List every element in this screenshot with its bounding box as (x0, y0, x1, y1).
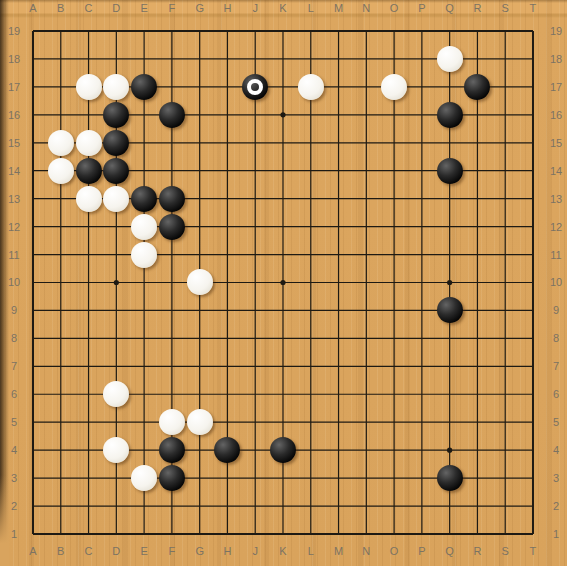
intersection-B5[interactable] (47, 408, 75, 436)
intersection-O8[interactable] (380, 324, 408, 352)
intersection-A2[interactable] (19, 492, 47, 520)
intersection-O9[interactable] (380, 296, 408, 324)
intersection-K15[interactable] (269, 129, 297, 157)
intersection-S13[interactable] (491, 185, 519, 213)
intersection-G10[interactable] (186, 269, 214, 297)
intersection-L7[interactable] (297, 352, 325, 380)
intersection-S18[interactable] (491, 45, 519, 73)
intersection-C7[interactable] (75, 352, 103, 380)
intersection-K1[interactable] (269, 520, 297, 548)
intersection-D18[interactable] (102, 45, 130, 73)
intersection-H8[interactable] (214, 324, 242, 352)
intersection-C4[interactable] (75, 436, 103, 464)
intersection-P11[interactable] (408, 241, 436, 269)
intersection-S14[interactable] (491, 157, 519, 185)
intersection-B18[interactable] (47, 45, 75, 73)
intersection-A5[interactable] (19, 408, 47, 436)
intersection-N2[interactable] (352, 492, 380, 520)
intersection-D5[interactable] (102, 408, 130, 436)
intersection-M2[interactable] (325, 492, 353, 520)
intersection-A7[interactable] (19, 352, 47, 380)
intersection-O17[interactable] (380, 73, 408, 101)
intersection-E16[interactable] (130, 101, 158, 129)
intersection-R11[interactable] (464, 241, 492, 269)
intersection-O19[interactable] (380, 17, 408, 45)
intersection-M3[interactable] (325, 464, 353, 492)
intersection-A11[interactable] (19, 241, 47, 269)
intersection-P1[interactable] (408, 520, 436, 548)
intersection-A14[interactable] (19, 157, 47, 185)
intersection-J11[interactable] (241, 241, 269, 269)
intersection-L12[interactable] (297, 213, 325, 241)
intersection-E15[interactable] (130, 129, 158, 157)
intersection-B10[interactable] (47, 269, 75, 297)
intersection-P3[interactable] (408, 464, 436, 492)
intersection-Q1[interactable] (436, 520, 464, 548)
intersection-G15[interactable] (186, 129, 214, 157)
intersection-K19[interactable] (269, 17, 297, 45)
intersection-Q7[interactable] (436, 352, 464, 380)
intersection-E11[interactable] (130, 241, 158, 269)
intersection-N3[interactable] (352, 464, 380, 492)
intersection-R9[interactable] (464, 296, 492, 324)
intersection-C2[interactable] (75, 492, 103, 520)
intersection-S9[interactable] (491, 296, 519, 324)
intersection-P14[interactable] (408, 157, 436, 185)
intersection-N9[interactable] (352, 296, 380, 324)
intersection-O14[interactable] (380, 157, 408, 185)
intersection-D19[interactable] (102, 17, 130, 45)
intersection-L11[interactable] (297, 241, 325, 269)
intersection-J12[interactable] (241, 213, 269, 241)
intersection-B4[interactable] (47, 436, 75, 464)
intersection-H16[interactable] (214, 101, 242, 129)
intersection-A1[interactable] (19, 520, 47, 548)
intersection-F1[interactable] (158, 520, 186, 548)
intersection-A18[interactable] (19, 45, 47, 73)
intersection-L10[interactable] (297, 269, 325, 297)
intersection-R15[interactable] (464, 129, 492, 157)
intersection-B14[interactable] (47, 157, 75, 185)
intersection-A15[interactable] (19, 129, 47, 157)
intersection-J7[interactable] (241, 352, 269, 380)
intersection-L6[interactable] (297, 380, 325, 408)
intersection-G1[interactable] (186, 520, 214, 548)
intersection-Q9[interactable] (436, 296, 464, 324)
intersection-B11[interactable] (47, 241, 75, 269)
intersection-P8[interactable] (408, 324, 436, 352)
intersection-H13[interactable] (214, 185, 242, 213)
intersection-K13[interactable] (269, 185, 297, 213)
intersection-E18[interactable] (130, 45, 158, 73)
intersection-H12[interactable] (214, 213, 242, 241)
intersection-O18[interactable] (380, 45, 408, 73)
intersection-O2[interactable] (380, 492, 408, 520)
intersection-N1[interactable] (352, 520, 380, 548)
intersection-M4[interactable] (325, 436, 353, 464)
intersection-S4[interactable] (491, 436, 519, 464)
intersection-H2[interactable] (214, 492, 242, 520)
intersection-F16[interactable] (158, 101, 186, 129)
intersection-N6[interactable] (352, 380, 380, 408)
intersection-Q8[interactable] (436, 324, 464, 352)
intersection-J4[interactable] (241, 436, 269, 464)
intersection-G4[interactable] (186, 436, 214, 464)
intersection-M11[interactable] (325, 241, 353, 269)
intersection-K11[interactable] (269, 241, 297, 269)
intersection-K5[interactable] (269, 408, 297, 436)
intersection-D3[interactable] (102, 464, 130, 492)
intersection-S1[interactable] (491, 520, 519, 548)
intersection-D11[interactable] (102, 241, 130, 269)
intersection-H17[interactable] (214, 73, 242, 101)
intersection-H11[interactable] (214, 241, 242, 269)
intersection-Q10[interactable] (436, 269, 464, 297)
intersection-G12[interactable] (186, 213, 214, 241)
intersection-N8[interactable] (352, 324, 380, 352)
intersection-D16[interactable] (102, 101, 130, 129)
intersection-K18[interactable] (269, 45, 297, 73)
intersection-C14[interactable] (75, 157, 103, 185)
intersection-B3[interactable] (47, 464, 75, 492)
intersection-N12[interactable] (352, 213, 380, 241)
intersection-E9[interactable] (130, 296, 158, 324)
intersection-F11[interactable] (158, 241, 186, 269)
intersection-R2[interactable] (464, 492, 492, 520)
intersection-P17[interactable] (408, 73, 436, 101)
intersection-C16[interactable] (75, 101, 103, 129)
intersection-O12[interactable] (380, 213, 408, 241)
intersection-H7[interactable] (214, 352, 242, 380)
intersection-B16[interactable] (47, 101, 75, 129)
intersection-M15[interactable] (325, 129, 353, 157)
intersection-M13[interactable] (325, 185, 353, 213)
intersection-Q2[interactable] (436, 492, 464, 520)
intersection-K17[interactable] (269, 73, 297, 101)
intersection-S17[interactable] (491, 73, 519, 101)
intersection-D8[interactable] (102, 324, 130, 352)
intersection-Q3[interactable] (436, 464, 464, 492)
intersection-A19[interactable] (19, 17, 47, 45)
intersection-S7[interactable] (491, 352, 519, 380)
intersection-N16[interactable] (352, 101, 380, 129)
intersection-F2[interactable] (158, 492, 186, 520)
intersection-S11[interactable] (491, 241, 519, 269)
intersection-G6[interactable] (186, 380, 214, 408)
intersection-O4[interactable] (380, 436, 408, 464)
intersection-K14[interactable] (269, 157, 297, 185)
intersection-M14[interactable] (325, 157, 353, 185)
intersection-E19[interactable] (130, 17, 158, 45)
intersection-H9[interactable] (214, 296, 242, 324)
intersection-T13[interactable] (519, 185, 547, 213)
intersection-F13[interactable] (158, 185, 186, 213)
intersection-N15[interactable] (352, 129, 380, 157)
intersection-K3[interactable] (269, 464, 297, 492)
intersection-S5[interactable] (491, 408, 519, 436)
intersection-F6[interactable] (158, 380, 186, 408)
intersection-B6[interactable] (47, 380, 75, 408)
intersection-T14[interactable] (519, 157, 547, 185)
intersection-P13[interactable] (408, 185, 436, 213)
intersection-M9[interactable] (325, 296, 353, 324)
intersection-N14[interactable] (352, 157, 380, 185)
intersection-H15[interactable] (214, 129, 242, 157)
intersection-F18[interactable] (158, 45, 186, 73)
intersection-S8[interactable] (491, 324, 519, 352)
intersection-N5[interactable] (352, 408, 380, 436)
intersection-N7[interactable] (352, 352, 380, 380)
intersection-B17[interactable] (47, 73, 75, 101)
intersection-L9[interactable] (297, 296, 325, 324)
go-board[interactable] (19, 17, 547, 548)
intersection-D10[interactable] (102, 269, 130, 297)
intersection-J3[interactable] (241, 464, 269, 492)
intersection-E6[interactable] (130, 380, 158, 408)
intersection-A3[interactable] (19, 464, 47, 492)
intersection-F4[interactable] (158, 436, 186, 464)
intersection-J8[interactable] (241, 324, 269, 352)
intersection-D2[interactable] (102, 492, 130, 520)
intersection-E17[interactable] (130, 73, 158, 101)
intersection-D9[interactable] (102, 296, 130, 324)
intersection-F12[interactable] (158, 213, 186, 241)
intersection-B12[interactable] (47, 213, 75, 241)
intersection-G14[interactable] (186, 157, 214, 185)
intersection-E2[interactable] (130, 492, 158, 520)
intersection-G13[interactable] (186, 185, 214, 213)
intersection-O13[interactable] (380, 185, 408, 213)
intersection-G9[interactable] (186, 296, 214, 324)
intersection-E4[interactable] (130, 436, 158, 464)
intersection-M16[interactable] (325, 101, 353, 129)
intersection-Q15[interactable] (436, 129, 464, 157)
intersection-M10[interactable] (325, 269, 353, 297)
intersection-O1[interactable] (380, 520, 408, 548)
intersection-T10[interactable] (519, 269, 547, 297)
intersection-A10[interactable] (19, 269, 47, 297)
intersection-C11[interactable] (75, 241, 103, 269)
intersection-M5[interactable] (325, 408, 353, 436)
intersection-F14[interactable] (158, 157, 186, 185)
intersection-C17[interactable] (75, 73, 103, 101)
intersection-L17[interactable] (297, 73, 325, 101)
intersection-R6[interactable] (464, 380, 492, 408)
intersection-P2[interactable] (408, 492, 436, 520)
intersection-N19[interactable] (352, 17, 380, 45)
intersection-M7[interactable] (325, 352, 353, 380)
intersection-G3[interactable] (186, 464, 214, 492)
intersection-B13[interactable] (47, 185, 75, 213)
intersection-C15[interactable] (75, 129, 103, 157)
intersection-S3[interactable] (491, 464, 519, 492)
intersection-E12[interactable] (130, 213, 158, 241)
intersection-N10[interactable] (352, 269, 380, 297)
intersection-R1[interactable] (464, 520, 492, 548)
intersection-K4[interactable] (269, 436, 297, 464)
intersection-M8[interactable] (325, 324, 353, 352)
intersection-A13[interactable] (19, 185, 47, 213)
intersection-R13[interactable] (464, 185, 492, 213)
intersection-P15[interactable] (408, 129, 436, 157)
intersection-H6[interactable] (214, 380, 242, 408)
intersection-C10[interactable] (75, 269, 103, 297)
intersection-R17[interactable] (464, 73, 492, 101)
intersection-C6[interactable] (75, 380, 103, 408)
intersection-T18[interactable] (519, 45, 547, 73)
intersection-Q13[interactable] (436, 185, 464, 213)
intersection-D17[interactable] (102, 73, 130, 101)
intersection-T12[interactable] (519, 213, 547, 241)
intersection-T2[interactable] (519, 492, 547, 520)
intersection-R14[interactable] (464, 157, 492, 185)
intersection-R12[interactable] (464, 213, 492, 241)
intersection-M18[interactable] (325, 45, 353, 73)
intersection-B9[interactable] (47, 296, 75, 324)
intersection-A8[interactable] (19, 324, 47, 352)
intersection-R5[interactable] (464, 408, 492, 436)
intersection-A6[interactable] (19, 380, 47, 408)
intersection-B8[interactable] (47, 324, 75, 352)
intersection-T9[interactable] (519, 296, 547, 324)
intersection-P4[interactable] (408, 436, 436, 464)
intersection-O6[interactable] (380, 380, 408, 408)
intersection-C13[interactable] (75, 185, 103, 213)
intersection-H14[interactable] (214, 157, 242, 185)
intersection-Q12[interactable] (436, 213, 464, 241)
intersection-P7[interactable] (408, 352, 436, 380)
intersection-N13[interactable] (352, 185, 380, 213)
intersection-T19[interactable] (519, 17, 547, 45)
intersection-P5[interactable] (408, 408, 436, 436)
intersection-A16[interactable] (19, 101, 47, 129)
intersection-B7[interactable] (47, 352, 75, 380)
intersection-J5[interactable] (241, 408, 269, 436)
intersection-C3[interactable] (75, 464, 103, 492)
intersection-O11[interactable] (380, 241, 408, 269)
intersection-J18[interactable] (241, 45, 269, 73)
intersection-P10[interactable] (408, 269, 436, 297)
intersection-S19[interactable] (491, 17, 519, 45)
intersection-E10[interactable] (130, 269, 158, 297)
intersection-M1[interactable] (325, 520, 353, 548)
intersection-D14[interactable] (102, 157, 130, 185)
intersection-K9[interactable] (269, 296, 297, 324)
intersection-Q16[interactable] (436, 101, 464, 129)
intersection-N17[interactable] (352, 73, 380, 101)
intersection-A9[interactable] (19, 296, 47, 324)
intersection-L13[interactable] (297, 185, 325, 213)
intersection-L3[interactable] (297, 464, 325, 492)
intersection-K7[interactable] (269, 352, 297, 380)
intersection-D7[interactable] (102, 352, 130, 380)
intersection-E8[interactable] (130, 324, 158, 352)
intersection-N11[interactable] (352, 241, 380, 269)
intersection-Q19[interactable] (436, 17, 464, 45)
intersection-Q11[interactable] (436, 241, 464, 269)
intersection-Q18[interactable] (436, 45, 464, 73)
intersection-E1[interactable] (130, 520, 158, 548)
intersection-J17[interactable] (241, 73, 269, 101)
intersection-C8[interactable] (75, 324, 103, 352)
intersection-K6[interactable] (269, 380, 297, 408)
intersection-T17[interactable] (519, 73, 547, 101)
intersection-Q6[interactable] (436, 380, 464, 408)
intersection-R4[interactable] (464, 436, 492, 464)
intersection-L16[interactable] (297, 101, 325, 129)
intersection-T6[interactable] (519, 380, 547, 408)
intersection-T8[interactable] (519, 324, 547, 352)
intersection-J19[interactable] (241, 17, 269, 45)
intersection-H4[interactable] (214, 436, 242, 464)
intersection-S10[interactable] (491, 269, 519, 297)
intersection-P12[interactable] (408, 213, 436, 241)
intersection-B2[interactable] (47, 492, 75, 520)
intersection-M17[interactable] (325, 73, 353, 101)
intersection-S2[interactable] (491, 492, 519, 520)
intersection-L8[interactable] (297, 324, 325, 352)
intersection-K12[interactable] (269, 213, 297, 241)
intersection-J2[interactable] (241, 492, 269, 520)
intersection-J1[interactable] (241, 520, 269, 548)
intersection-O10[interactable] (380, 269, 408, 297)
intersection-T11[interactable] (519, 241, 547, 269)
intersection-Q5[interactable] (436, 408, 464, 436)
intersection-M6[interactable] (325, 380, 353, 408)
intersection-N4[interactable] (352, 436, 380, 464)
intersection-K8[interactable] (269, 324, 297, 352)
intersection-R10[interactable] (464, 269, 492, 297)
intersection-A12[interactable] (19, 213, 47, 241)
intersection-R3[interactable] (464, 464, 492, 492)
intersection-O16[interactable] (380, 101, 408, 129)
intersection-C1[interactable] (75, 520, 103, 548)
intersection-Q4[interactable] (436, 436, 464, 464)
intersection-R7[interactable] (464, 352, 492, 380)
intersection-F10[interactable] (158, 269, 186, 297)
intersection-K10[interactable] (269, 269, 297, 297)
intersection-J16[interactable] (241, 101, 269, 129)
intersection-H5[interactable] (214, 408, 242, 436)
intersection-B19[interactable] (47, 17, 75, 45)
intersection-H10[interactable] (214, 269, 242, 297)
intersection-E5[interactable] (130, 408, 158, 436)
intersection-G16[interactable] (186, 101, 214, 129)
intersection-G7[interactable] (186, 352, 214, 380)
intersection-R18[interactable] (464, 45, 492, 73)
intersection-C5[interactable] (75, 408, 103, 436)
intersection-T16[interactable] (519, 101, 547, 129)
intersection-J15[interactable] (241, 129, 269, 157)
intersection-T15[interactable] (519, 129, 547, 157)
intersection-T4[interactable] (519, 436, 547, 464)
intersection-L19[interactable] (297, 17, 325, 45)
intersection-C18[interactable] (75, 45, 103, 73)
intersection-H19[interactable] (214, 17, 242, 45)
intersection-C12[interactable] (75, 213, 103, 241)
intersection-G17[interactable] (186, 73, 214, 101)
intersection-F17[interactable] (158, 73, 186, 101)
intersection-T5[interactable] (519, 408, 547, 436)
intersection-F9[interactable] (158, 296, 186, 324)
intersection-T1[interactable] (519, 520, 547, 548)
intersection-F7[interactable] (158, 352, 186, 380)
intersection-E14[interactable] (130, 157, 158, 185)
intersection-C9[interactable] (75, 296, 103, 324)
intersection-M12[interactable] (325, 213, 353, 241)
intersection-P19[interactable] (408, 17, 436, 45)
intersection-S15[interactable] (491, 129, 519, 157)
